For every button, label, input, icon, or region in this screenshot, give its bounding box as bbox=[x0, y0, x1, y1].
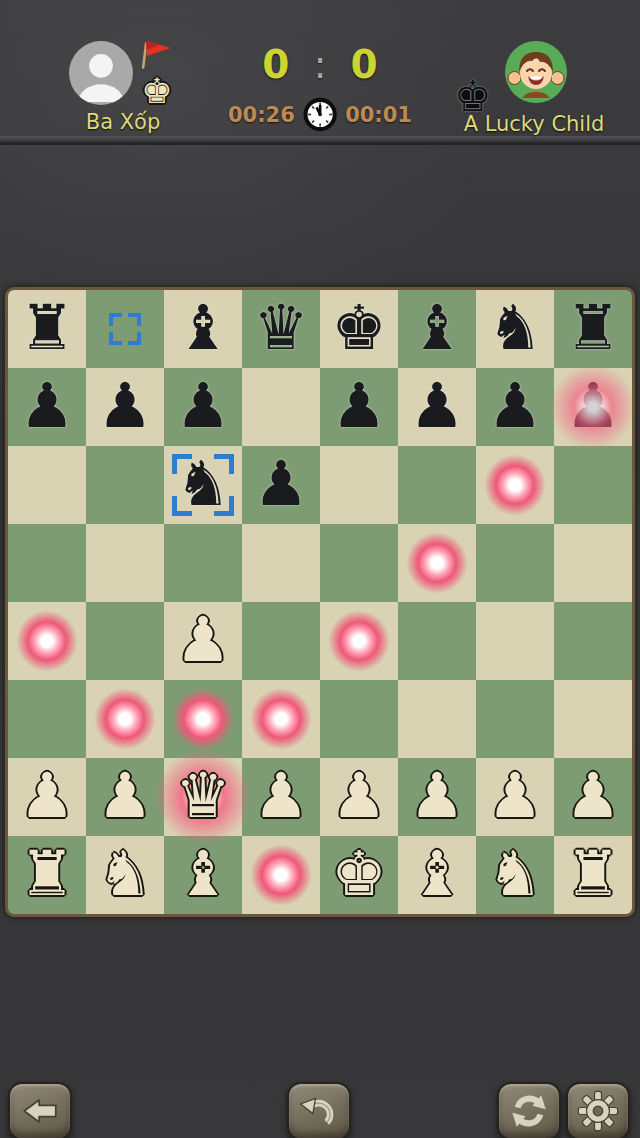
square-f1[interactable]: ♝ bbox=[398, 836, 476, 914]
square-h8[interactable]: ♜ bbox=[554, 290, 632, 368]
settings-button[interactable] bbox=[566, 1082, 630, 1138]
square-c4[interactable]: ♟ bbox=[164, 602, 242, 680]
white-pawn-h2[interactable]: ♟ bbox=[554, 758, 632, 836]
score-left: 0 bbox=[262, 42, 289, 87]
square-b6[interactable] bbox=[86, 446, 164, 524]
square-e5[interactable] bbox=[320, 524, 398, 602]
legal-move-dot bbox=[15, 609, 79, 673]
square-e8[interactable]: ♚ bbox=[320, 290, 398, 368]
square-h7[interactable]: ♟ bbox=[554, 368, 632, 446]
black-pawn-d6[interactable]: ♟ bbox=[242, 446, 320, 524]
black-knight-g8[interactable]: ♞ bbox=[476, 290, 554, 368]
last-move-from-marker bbox=[109, 313, 141, 345]
undo-arrow-icon bbox=[298, 1090, 340, 1132]
square-a3[interactable] bbox=[8, 680, 86, 758]
clock-icon bbox=[302, 96, 338, 133]
square-e2[interactable]: ♟ bbox=[320, 758, 398, 836]
square-f5[interactable] bbox=[398, 524, 476, 602]
square-f4[interactable] bbox=[398, 602, 476, 680]
square-h6[interactable] bbox=[554, 446, 632, 524]
square-d6[interactable]: ♟ bbox=[242, 446, 320, 524]
white-pawn-f2[interactable]: ♟ bbox=[398, 758, 476, 836]
white-pawn-d2[interactable]: ♟ bbox=[242, 758, 320, 836]
refresh-icon bbox=[508, 1090, 550, 1132]
white-knight-b1[interactable]: ♞ bbox=[86, 836, 164, 914]
square-d7[interactable] bbox=[242, 368, 320, 446]
black-pawn-g7[interactable]: ♟ bbox=[476, 368, 554, 446]
square-d5[interactable] bbox=[242, 524, 320, 602]
square-c8[interactable]: ♝ bbox=[164, 290, 242, 368]
square-a2[interactable]: ♟ bbox=[8, 758, 86, 836]
black-pawn-f7[interactable]: ♟ bbox=[398, 368, 476, 446]
square-g6[interactable] bbox=[476, 446, 554, 524]
square-b7[interactable]: ♟ bbox=[86, 368, 164, 446]
white-pawn-g2[interactable]: ♟ bbox=[476, 758, 554, 836]
undo-button[interactable] bbox=[287, 1082, 351, 1138]
black-pawn-b7[interactable]: ♟ bbox=[86, 368, 164, 446]
square-b4[interactable] bbox=[86, 602, 164, 680]
legal-move-dot bbox=[249, 687, 313, 751]
square-c3[interactable] bbox=[164, 680, 242, 758]
square-e3[interactable] bbox=[320, 680, 398, 758]
white-king-icon: ♚ bbox=[141, 74, 172, 109]
black-pawn-c7[interactable]: ♟ bbox=[164, 368, 242, 446]
square-d8[interactable]: ♛ bbox=[242, 290, 320, 368]
square-g4[interactable] bbox=[476, 602, 554, 680]
square-g8[interactable]: ♞ bbox=[476, 290, 554, 368]
white-rook-a1[interactable]: ♜ bbox=[8, 836, 86, 914]
square-f7[interactable]: ♟ bbox=[398, 368, 476, 446]
white-bishop-c1[interactable]: ♝ bbox=[164, 836, 242, 914]
square-e1[interactable]: ♚ bbox=[320, 836, 398, 914]
square-c7[interactable]: ♟ bbox=[164, 368, 242, 446]
right-clock: 00:01 bbox=[345, 103, 412, 127]
square-f3[interactable] bbox=[398, 680, 476, 758]
white-pawn-a2[interactable]: ♟ bbox=[8, 758, 86, 836]
square-b3[interactable] bbox=[86, 680, 164, 758]
square-g7[interactable]: ♟ bbox=[476, 368, 554, 446]
square-h2[interactable]: ♟ bbox=[554, 758, 632, 836]
square-a4[interactable] bbox=[8, 602, 86, 680]
black-queen-d8[interactable]: ♛ bbox=[242, 290, 320, 368]
white-bishop-f1[interactable]: ♝ bbox=[398, 836, 476, 914]
square-g2[interactable]: ♟ bbox=[476, 758, 554, 836]
black-bishop-c8[interactable]: ♝ bbox=[164, 290, 242, 368]
square-h3[interactable] bbox=[554, 680, 632, 758]
square-d4[interactable] bbox=[242, 602, 320, 680]
score-separator: : bbox=[313, 42, 326, 87]
white-pawn-b2[interactable]: ♟ bbox=[86, 758, 164, 836]
square-f6[interactable] bbox=[398, 446, 476, 524]
chess-board: ♜♝♛♚♝♞♜♟♟♟♟♟♟♟♞♟♟♟♟♛♟♟♟♟♟♜♞♝♚♝♞♜ bbox=[5, 287, 635, 917]
square-e6[interactable] bbox=[320, 446, 398, 524]
square-c1[interactable]: ♝ bbox=[164, 836, 242, 914]
legal-move-dot bbox=[171, 687, 235, 751]
square-d3[interactable] bbox=[242, 680, 320, 758]
square-g3[interactable] bbox=[476, 680, 554, 758]
square-a5[interactable] bbox=[8, 524, 86, 602]
black-rook-a8[interactable]: ♜ bbox=[8, 290, 86, 368]
legal-move-dot bbox=[405, 531, 469, 595]
gear-icon bbox=[577, 1090, 619, 1132]
black-rook-h8[interactable]: ♜ bbox=[554, 290, 632, 368]
square-a7[interactable]: ♟ bbox=[8, 368, 86, 446]
right-player-name: A Lucky Child bbox=[448, 112, 620, 136]
legal-move-dot bbox=[249, 843, 313, 907]
black-knight-c6[interactable]: ♞ bbox=[164, 446, 242, 524]
square-a6[interactable] bbox=[8, 446, 86, 524]
black-bishop-f8[interactable]: ♝ bbox=[398, 290, 476, 368]
red-flag-icon bbox=[140, 38, 174, 74]
white-queen-c2[interactable]: ♛ bbox=[164, 758, 242, 836]
square-g1[interactable]: ♞ bbox=[476, 836, 554, 914]
white-pawn-e2[interactable]: ♟ bbox=[320, 758, 398, 836]
back-arrow-icon bbox=[19, 1090, 61, 1132]
black-pawn-a7[interactable]: ♟ bbox=[8, 368, 86, 446]
square-e7[interactable]: ♟ bbox=[320, 368, 398, 446]
white-knight-g1[interactable]: ♞ bbox=[476, 836, 554, 914]
square-f8[interactable]: ♝ bbox=[398, 290, 476, 368]
square-a1[interactable]: ♜ bbox=[8, 836, 86, 914]
back-button[interactable] bbox=[8, 1082, 72, 1138]
square-h4[interactable] bbox=[554, 602, 632, 680]
legal-move-dot bbox=[327, 609, 391, 673]
square-b8[interactable] bbox=[86, 290, 164, 368]
square-e4[interactable] bbox=[320, 602, 398, 680]
white-rook-h1[interactable]: ♜ bbox=[554, 836, 632, 914]
square-c2[interactable]: ♛ bbox=[164, 758, 242, 836]
capture-target-glow bbox=[548, 362, 635, 452]
square-d1[interactable] bbox=[242, 836, 320, 914]
score-right: 0 bbox=[351, 42, 378, 87]
right-player-avatar[interactable] bbox=[504, 40, 568, 104]
square-a8[interactable]: ♜ bbox=[8, 290, 86, 368]
left-clock: 00:26 bbox=[228, 103, 295, 127]
square-g5[interactable] bbox=[476, 524, 554, 602]
square-b2[interactable]: ♟ bbox=[86, 758, 164, 836]
square-c5[interactable] bbox=[164, 524, 242, 602]
legal-move-dot bbox=[483, 453, 547, 517]
square-c6[interactable]: ♞ bbox=[164, 446, 242, 524]
square-b1[interactable]: ♞ bbox=[86, 836, 164, 914]
black-pawn-e7[interactable]: ♟ bbox=[320, 368, 398, 446]
white-pawn-c4[interactable]: ♟ bbox=[164, 602, 242, 680]
black-king-e8[interactable]: ♚ bbox=[320, 290, 398, 368]
square-b5[interactable] bbox=[86, 524, 164, 602]
left-player-name: Ba Xốp bbox=[58, 110, 188, 134]
score-block: 0 : 0 00:26 00:01 bbox=[228, 42, 412, 133]
square-f2[interactable]: ♟ bbox=[398, 758, 476, 836]
flip-board-button[interactable] bbox=[497, 1082, 561, 1138]
white-king-e1[interactable]: ♚ bbox=[320, 836, 398, 914]
left-player-avatar[interactable] bbox=[68, 40, 134, 106]
square-h1[interactable]: ♜ bbox=[554, 836, 632, 914]
legal-move-dot bbox=[93, 687, 157, 751]
header-divider bbox=[0, 136, 640, 145]
square-h5[interactable] bbox=[554, 524, 632, 602]
square-d2[interactable]: ♟ bbox=[242, 758, 320, 836]
